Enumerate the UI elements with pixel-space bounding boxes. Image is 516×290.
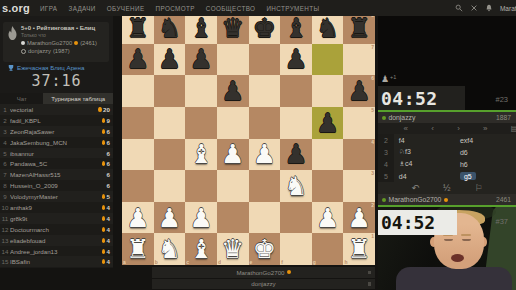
standings-score: 6 (107, 171, 110, 178)
under-board-bars: MarathonGo2700 donjazzy (152, 267, 375, 290)
standings-row[interactable]: 8Hussein_O_20096 (0, 180, 113, 191)
white-player-name: MarathonGo2700 (27, 40, 72, 46)
square-g7[interactable] (312, 44, 344, 76)
standings-rank: 14 (0, 248, 10, 255)
player-rating: 1887 (496, 114, 511, 121)
player-name: donjazzy (389, 114, 416, 121)
standings-player-name: Hussein_O_2009 (10, 182, 107, 189)
standings-score: 6 (102, 139, 110, 146)
under-board-name: donjazzy (251, 280, 275, 287)
coord-file-b: b (155, 259, 158, 265)
piece-white-pawn[interactable]: ♟ (348, 205, 371, 231)
piece-black-pawn[interactable]: ♟ (126, 46, 149, 72)
standings-player-name: Andree_jordan13 (10, 248, 102, 255)
search-icon[interactable] (455, 4, 463, 12)
menu-item-сообщество[interactable]: СООБЩЕСТВО (206, 5, 256, 12)
move-row: 4♗c4h6 (378, 158, 516, 170)
standings-rank: 4 (0, 139, 10, 146)
standings-player-name: JakaSembung_MCN (10, 139, 102, 146)
resign-button[interactable]: ⚐ (474, 184, 482, 193)
square-a1[interactable]: ♜a (122, 233, 154, 265)
move-black[interactable]: exf4 (455, 137, 516, 144)
standings-rank: 1 (0, 106, 10, 113)
piece-black-pawn[interactable]: ♟ (158, 46, 181, 72)
streak-flame-icon (102, 205, 106, 210)
square-h5[interactable]: 5 (343, 107, 375, 139)
standings-score: 4 (102, 258, 110, 265)
streak-flame-icon (102, 238, 106, 243)
standings-row[interactable]: 10anthak94 (0, 202, 113, 213)
square-d4[interactable]: ♟ (217, 139, 249, 171)
piece-black-queen[interactable]: ♛ (221, 15, 244, 41)
standings-player-name: Pandawa_5C (10, 160, 102, 167)
game-indicator-icon (368, 271, 372, 275)
tab-standings[interactable]: Турнирная таблица (43, 93, 113, 104)
coord-file-g: g (313, 259, 316, 265)
current-game-card[interactable]: 5+0 • Рейтинговая • Блиц Только что Mara… (3, 22, 109, 62)
black-arena-rank: #23 (495, 95, 508, 104)
standings-rank: 2 (0, 117, 10, 124)
standings-row[interactable]: 2fadil_KBPL9 (0, 115, 113, 126)
menu-item-инструменты[interactable]: ИНСТРУМЕНТЫ (266, 5, 319, 12)
standings-row[interactable]: 11gr8k9t4 (0, 213, 113, 224)
square-a6[interactable] (122, 75, 154, 107)
streak-flame-icon (102, 216, 106, 221)
streak-flame-icon (102, 259, 106, 264)
square-h4[interactable]: 4 (343, 139, 375, 171)
square-b2[interactable]: ♟ (154, 202, 186, 234)
standings-row[interactable]: 3ZeonRajaSawer6 (0, 126, 113, 137)
piece-black-pawn[interactable]: ♟ (284, 46, 307, 72)
standings-score: 9 (102, 117, 110, 124)
menu-item-задачи[interactable]: ЗАДАЧИ (68, 5, 95, 12)
standings-rank: 5 (0, 150, 10, 157)
piece-black-king[interactable]: ♚ (253, 15, 276, 41)
under-board-name: MarathonGo2700 (236, 269, 284, 276)
online-dot-icon (382, 198, 386, 202)
piece-white-pawn[interactable]: ♟ (316, 205, 339, 231)
piece-white-rook[interactable]: ♜ (348, 236, 371, 262)
standings-rank: 6 (0, 160, 10, 167)
piece-white-knight[interactable]: ♞ (284, 173, 307, 199)
piece-black-knight[interactable]: ♞ (158, 15, 181, 41)
under-board-player-2[interactable]: donjazzy (152, 279, 375, 290)
game-action-bar: ↶½⚐ (378, 182, 516, 194)
menu-item-обучение[interactable]: ОБУЧЕНИЕ (107, 5, 145, 12)
standings-rank: 11 (0, 215, 10, 222)
black-player-line[interactable]: donjazzy (1987) (21, 48, 97, 54)
first-move-button[interactable]: « (404, 125, 408, 133)
standings-rank: 7 (0, 171, 10, 178)
move-number: 3 (378, 146, 394, 158)
square-f3[interactable]: ♞ (280, 170, 312, 202)
move-white[interactable]: d4 (394, 173, 455, 180)
square-e8[interactable]: ♚ (249, 12, 281, 44)
standings-score: 6 (107, 150, 110, 157)
move-row: 2f4exf4 (378, 134, 516, 146)
player-row-black[interactable]: donjazzy 1887 (378, 112, 516, 123)
square-g1[interactable]: g (312, 233, 344, 265)
piece-black-bishop[interactable]: ♝ (189, 15, 212, 41)
streamer-eye (444, 239, 453, 241)
black-clock: 04:52 (378, 86, 465, 110)
square-h1[interactable]: ♜h1 (343, 233, 375, 265)
square-e3[interactable] (249, 170, 281, 202)
arena-link[interactable]: Ежечасная Блиц Арена (8, 64, 84, 71)
square-e2[interactable] (249, 202, 281, 234)
next-move-button[interactable]: › (457, 125, 460, 133)
under-board-player-1[interactable]: MarathonGo2700 (152, 267, 375, 278)
move-row: 5d4g5 (378, 170, 516, 182)
tournament-timer: 37:16 (0, 72, 113, 90)
lichess-page: s.org ИГРАЗАДАЧИОБУЧЕНИЕПРОСМОТРСООБЩЕСТ… (0, 0, 516, 290)
tournament-standings: 1vectorial202fadil_KBPL93ZeonRajaSawer64… (0, 104, 113, 267)
standings-player-name: ibsannur (10, 150, 107, 157)
game-card-text: 5+0 • Рейтинговая • Блиц Только что Mara… (21, 22, 97, 62)
tournament-sidebar: 5+0 • Рейтинговая • Блиц Только что Mara… (0, 16, 113, 268)
square-a5[interactable] (122, 107, 154, 139)
standings-score: 4 (102, 204, 110, 211)
square-a2[interactable]: ♟ (122, 202, 154, 234)
captured-pawn-icon: ♟ (381, 74, 389, 84)
standings-score: 4 (102, 248, 110, 255)
standings-score: 4 (102, 226, 110, 233)
main-menu: ИГРАЗАДАЧИОБУЧЕНИЕПРОСМОТРСООБЩЕСТВОИНСТ… (40, 5, 320, 12)
standings-score: 4 (102, 237, 110, 244)
black-player-name: donjazzy (28, 48, 51, 54)
square-f1[interactable]: f (280, 233, 312, 265)
standings-row[interactable]: 4JakaSembung_MCN6 (0, 137, 113, 148)
square-f4[interactable]: ♟ (280, 139, 312, 171)
standings-row[interactable]: 13eliadebfouad4 (0, 235, 113, 246)
square-h2[interactable]: ♟2 (343, 202, 375, 234)
square-d2[interactable] (217, 202, 249, 234)
move-white[interactable]: ♗c4 (394, 160, 455, 168)
streak-flame-icon (102, 129, 106, 134)
coord-rank-6: 6 (371, 75, 374, 81)
player-rating: 2461 (496, 196, 511, 203)
square-h6[interactable]: ♟6 (343, 75, 375, 107)
streak-flame-icon (98, 107, 102, 112)
standings-player-name: IBSafin (10, 258, 102, 265)
coord-rank-5: 5 (371, 107, 374, 113)
white-color-icon (21, 41, 25, 45)
square-g6[interactable] (312, 75, 344, 107)
piece-white-pawn[interactable]: ♟ (221, 141, 244, 167)
square-h3[interactable]: 3 (343, 170, 375, 202)
standings-score: 6 (102, 160, 110, 167)
piece-black-pawn[interactable]: ♟ (189, 46, 212, 72)
standings-player-name: vectorial (10, 106, 98, 113)
piece-black-knight[interactable]: ♞ (316, 15, 339, 41)
square-d3[interactable] (217, 170, 249, 202)
black-color-icon (21, 49, 26, 54)
square-b5[interactable] (154, 107, 186, 139)
white-player-line[interactable]: MarathonGo2700 (2461) (21, 40, 97, 46)
prev-move-button[interactable]: ‹ (431, 125, 434, 133)
standings-score: 5 (102, 193, 110, 200)
standings-score: 6 (107, 182, 110, 189)
white-clock: 04:52 (378, 210, 457, 235)
square-e7[interactable] (249, 44, 281, 76)
square-b3[interactable] (154, 170, 186, 202)
square-f2[interactable] (280, 202, 312, 234)
move-nav-bar: «‹›»▤ (378, 123, 516, 134)
black-player-rating: (1987) (53, 48, 70, 54)
move-number: 2 (378, 134, 394, 146)
game-started-ago: Только что (21, 32, 97, 38)
piece-white-pawn[interactable]: ♟ (253, 141, 276, 167)
piece-black-bishop[interactable]: ♝ (284, 15, 307, 41)
standings-row[interactable]: 14Andree_jordan134 (0, 246, 113, 257)
player-flair-icon (444, 198, 448, 202)
square-d5[interactable] (217, 107, 249, 139)
square-f6[interactable] (280, 75, 312, 107)
streamer-mouth (451, 254, 464, 262)
white-arena-rank: #37 (495, 217, 508, 226)
square-f5[interactable] (280, 107, 312, 139)
square-d6[interactable]: ♟ (217, 75, 249, 107)
standings-rank: 15 (0, 258, 10, 265)
site-logo[interactable]: s.org (2, 2, 30, 14)
sidebar-tabs: Чат Турнирная таблица (0, 93, 113, 104)
square-c6[interactable] (185, 75, 217, 107)
square-c2[interactable]: ♟ (185, 202, 217, 234)
streak-flame-icon (102, 118, 106, 123)
menu-item-игра[interactable]: ИГРА (40, 5, 58, 12)
standings-rank: 10 (0, 204, 10, 211)
move-row: 3♘f3d6 (378, 146, 516, 158)
last-move-button[interactable]: » (483, 125, 487, 133)
standings-rank: 9 (0, 193, 10, 200)
coord-rank-1: 1 (371, 233, 374, 239)
standings-rank: 3 (0, 128, 10, 135)
square-a8[interactable]: ♜ (122, 12, 154, 44)
coord-rank-2: 2 (371, 202, 374, 208)
challenges-icon[interactable] (470, 4, 478, 12)
square-f7[interactable]: ♟ (280, 44, 312, 76)
coord-file-c: c (186, 259, 189, 265)
player-flair-icon (287, 270, 291, 274)
standings-player-name: MazenAlHassr515 (10, 171, 107, 178)
square-a7[interactable]: ♟ (122, 44, 154, 76)
square-e4[interactable]: ♟ (249, 139, 281, 171)
streak-flame-icon (102, 227, 106, 232)
material-advantage: ♟ +1 (381, 74, 396, 84)
standings-player-name: Doctourmarch (10, 226, 102, 233)
square-b7[interactable]: ♟ (154, 44, 186, 76)
logged-in-user[interactable]: Maratl (500, 5, 516, 12)
streak-flame-icon (102, 194, 106, 199)
square-g2[interactable]: ♟ (312, 202, 344, 234)
square-h7[interactable]: 7 (343, 44, 375, 76)
move-list: 2f4exf43♘f3d64♗c4h65d4g5 (378, 134, 516, 182)
square-c7[interactable]: ♟ (185, 44, 217, 76)
standings-player-name: eliadebfouad (10, 237, 102, 244)
square-g4[interactable] (312, 139, 344, 171)
piece-black-pawn[interactable]: ♟ (348, 78, 371, 104)
piece-white-knight[interactable]: ♞ (158, 236, 181, 262)
standings-player-name: anthak9 (10, 204, 102, 211)
piece-white-bishop[interactable]: ♝ (189, 141, 212, 167)
standings-player-name: ZeonRajaSawer (10, 128, 102, 135)
game-mode-title: 5+0 • Рейтинговая • Блиц (21, 25, 97, 31)
standings-score: 4 (102, 215, 110, 222)
standings-player-name: gr8k9t (10, 215, 102, 222)
arena-link-label: Ежечасная Блиц Арена (17, 64, 84, 71)
standings-row[interactable]: 1vectorial20 (0, 104, 113, 115)
square-c5[interactable] (185, 107, 217, 139)
square-c4[interactable]: ♝ (185, 139, 217, 171)
coord-rank-3: 3 (371, 170, 374, 176)
square-a3[interactable] (122, 170, 154, 202)
standings-rank: 13 (0, 237, 10, 244)
streamer-shoulders (396, 267, 512, 290)
move-white[interactable]: ♘f3 (394, 148, 455, 156)
game-indicator-icon (368, 282, 372, 286)
square-g3[interactable] (312, 170, 344, 202)
streak-flame-icon (102, 140, 106, 145)
square-g5[interactable]: ♟ (312, 107, 344, 139)
square-b4[interactable] (154, 139, 186, 171)
square-c3[interactable] (185, 170, 217, 202)
square-c8[interactable]: ♝ (185, 12, 217, 44)
square-h8[interactable]: ♜8 (343, 12, 375, 44)
standings-row[interactable]: 12Doctourmarch4 (0, 224, 113, 235)
material-count: +1 (390, 74, 396, 80)
streak-flame-icon (102, 161, 106, 166)
piece-white-king[interactable]: ♚ (253, 236, 276, 262)
header-right: Maratl (455, 0, 516, 16)
bell-icon[interactable] (485, 4, 493, 12)
move-black[interactable]: d6 (455, 149, 516, 156)
move-number: 5 (378, 170, 394, 182)
square-e1[interactable]: ♚e (249, 233, 281, 265)
coord-file-h: h (344, 259, 347, 265)
player-row-white[interactable]: MarathonGo2700 2461 (378, 194, 516, 205)
standings-row[interactable]: 7MazenAlHassr5156 (0, 169, 113, 180)
move-white[interactable]: f4 (394, 137, 455, 144)
coord-file-f: f (281, 259, 283, 265)
piece-black-rook[interactable]: ♜ (126, 15, 149, 41)
piece-white-queen[interactable]: ♛ (221, 236, 244, 262)
square-d8[interactable]: ♛ (217, 12, 249, 44)
piece-black-pawn[interactable]: ♟ (316, 110, 339, 136)
coord-file-e: e (250, 259, 253, 265)
coord-rank-7: 7 (371, 44, 374, 50)
standings-row[interactable]: 5ibsannur6 (0, 148, 113, 159)
piece-black-rook[interactable]: ♜ (348, 15, 371, 41)
offer-draw-button[interactable]: ½ (443, 184, 451, 193)
piece-white-rook[interactable]: ♜ (126, 236, 149, 262)
piece-black-pawn[interactable]: ♟ (284, 141, 307, 167)
player-flair-icon (74, 41, 78, 45)
blitz-flame-icon (7, 26, 18, 41)
menu-item-просмотр[interactable]: ПРОСМОТР (156, 5, 195, 12)
square-e6[interactable] (249, 75, 281, 107)
standings-row[interactable]: 6Pandawa_5C6 (0, 158, 113, 169)
standings-score: 20 (98, 106, 110, 113)
square-a4[interactable] (122, 139, 154, 171)
top-navbar: s.org ИГРАЗАДАЧИОБУЧЕНИЕПРОСМОТРСООБЩЕСТ… (0, 0, 516, 16)
piece-white-bishop[interactable]: ♝ (189, 236, 212, 262)
board-menu-button[interactable]: ▤ (511, 125, 516, 133)
trophy-icon (8, 65, 14, 71)
coord-file-d: d (218, 259, 221, 265)
standings-player-name: VolodymyrMaster (10, 193, 102, 200)
piece-white-pawn[interactable]: ♟ (189, 205, 212, 231)
square-g8[interactable]: ♞ (312, 12, 344, 44)
takeback-button[interactable]: ↶ (411, 184, 419, 193)
standings-rank: 8 (0, 182, 10, 189)
move-black[interactable]: h6 (455, 161, 516, 168)
streamer-eye (462, 239, 471, 241)
square-b8[interactable]: ♞ (154, 12, 186, 44)
standings-row[interactable]: 9VolodymyrMaster5 (0, 191, 113, 202)
square-e5[interactable] (249, 107, 281, 139)
standings-score: 6 (102, 128, 110, 135)
square-d7[interactable] (217, 44, 249, 76)
piece-black-pawn[interactable]: ♟ (221, 78, 244, 104)
streamer-brow (461, 234, 471, 236)
standings-player-name: fadil_KBPL (10, 117, 102, 124)
piece-white-pawn[interactable]: ♟ (126, 205, 149, 231)
coord-rank-4: 4 (371, 139, 374, 145)
square-b6[interactable] (154, 75, 186, 107)
standings-rank: 12 (0, 226, 10, 233)
coord-file-a: a (123, 259, 126, 265)
piece-white-pawn[interactable]: ♟ (158, 205, 181, 231)
move-number: 4 (378, 158, 394, 170)
move-black[interactable]: g5 (455, 173, 516, 180)
square-f8[interactable]: ♝ (280, 12, 312, 44)
chess-board: ♜♞♝♛♚♝♞♜8♟♟♟♟7♟♟6♟5♝♟♟♟4♞3♟♟♟♟♟2♜a♞b♝c♛d… (122, 12, 375, 265)
player-name: MarathonGo2700 (389, 196, 442, 203)
square-c1[interactable]: ♝c (185, 233, 217, 265)
streamer-webcam: 04:52 #37 (378, 207, 516, 290)
square-d1[interactable]: ♛d (217, 233, 249, 265)
game-side-panel: ♟ +1 04:52 #23 donjazzy 1887 «‹›»▤ 2f4ex… (378, 16, 516, 290)
white-player-rating: (2461) (80, 40, 97, 46)
streak-flame-icon (102, 249, 106, 254)
online-dot-icon (382, 116, 386, 120)
tab-chat[interactable]: Чат (0, 93, 43, 104)
standings-row[interactable]: 15IBSafin4 (0, 256, 113, 267)
square-b1[interactable]: ♞b (154, 233, 186, 265)
